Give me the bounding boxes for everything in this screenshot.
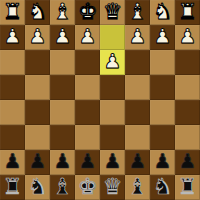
black-pawn-f7[interactable]: ♟ — [54, 149, 72, 174]
square-c2[interactable]: ♟ — [125, 25, 150, 50]
square-d7[interactable]: ♟ — [100, 150, 125, 175]
square-a3[interactable] — [175, 50, 200, 75]
square-g4[interactable] — [25, 75, 50, 100]
square-f1[interactable]: ♝ — [50, 0, 75, 25]
square-d6[interactable] — [100, 125, 125, 150]
white-knight-g1[interactable]: ♞ — [28, 0, 48, 24]
square-h2[interactable]: ♟ — [0, 25, 25, 50]
square-g6[interactable] — [25, 125, 50, 150]
square-h3[interactable] — [0, 50, 25, 75]
square-c7[interactable]: ♟ — [125, 150, 150, 175]
white-pawn-b2[interactable]: ♟ — [154, 24, 172, 49]
chess-board: ♜♞♝♚♛♝♞♜♟♟♟♟♟♟♟♟♟♟♟♟♟♟♟♟♜♞♝♚♛♝♞♜ — [0, 0, 200, 200]
square-b8[interactable]: ♞ — [150, 175, 175, 200]
square-e3[interactable] — [75, 50, 100, 75]
square-h4[interactable] — [0, 75, 25, 100]
black-pawn-d7[interactable]: ♟ — [104, 149, 122, 174]
square-a4[interactable] — [175, 75, 200, 100]
square-b6[interactable] — [150, 125, 175, 150]
square-g5[interactable] — [25, 100, 50, 125]
square-a5[interactable] — [175, 100, 200, 125]
black-bishop-f8[interactable]: ♝ — [53, 174, 73, 199]
square-c8[interactable]: ♝ — [125, 175, 150, 200]
square-c4[interactable] — [125, 75, 150, 100]
white-knight-b1[interactable]: ♞ — [153, 0, 173, 24]
square-a7[interactable]: ♟ — [175, 150, 200, 175]
square-h6[interactable] — [0, 125, 25, 150]
black-rook-h8[interactable]: ♜ — [3, 174, 23, 199]
white-pawn-f2[interactable]: ♟ — [54, 24, 72, 49]
square-b4[interactable] — [150, 75, 175, 100]
square-d2-last-move-highlight[interactable] — [100, 25, 125, 50]
square-f2[interactable]: ♟ — [50, 25, 75, 50]
square-e1[interactable]: ♚ — [75, 0, 100, 25]
square-f7[interactable]: ♟ — [50, 150, 75, 175]
black-pawn-g7[interactable]: ♟ — [29, 149, 47, 174]
black-king-e8[interactable]: ♚ — [78, 174, 98, 199]
square-d5[interactable] — [100, 100, 125, 125]
square-e8[interactable]: ♚ — [75, 175, 100, 200]
square-f5[interactable] — [50, 100, 75, 125]
square-b1[interactable]: ♞ — [150, 0, 175, 25]
square-f6[interactable] — [50, 125, 75, 150]
black-knight-b8[interactable]: ♞ — [153, 174, 173, 199]
square-e5[interactable] — [75, 100, 100, 125]
square-g1[interactable]: ♞ — [25, 0, 50, 25]
square-f8[interactable]: ♝ — [50, 175, 75, 200]
white-pawn-h2[interactable]: ♟ — [4, 24, 22, 49]
black-rook-a8[interactable]: ♜ — [178, 174, 198, 199]
black-pawn-e7[interactable]: ♟ — [79, 149, 97, 174]
square-b3[interactable] — [150, 50, 175, 75]
square-h5[interactable] — [0, 100, 25, 125]
black-pawn-b7[interactable]: ♟ — [154, 149, 172, 174]
square-c5[interactable] — [125, 100, 150, 125]
square-e7[interactable]: ♟ — [75, 150, 100, 175]
square-h1[interactable]: ♜ — [0, 0, 25, 25]
square-d8[interactable]: ♛ — [100, 175, 125, 200]
square-c1[interactable]: ♝ — [125, 0, 150, 25]
white-queen-d1[interactable]: ♛ — [103, 0, 123, 24]
square-b7[interactable]: ♟ — [150, 150, 175, 175]
white-pawn-e2[interactable]: ♟ — [79, 24, 97, 49]
square-a6[interactable] — [175, 125, 200, 150]
square-c6[interactable] — [125, 125, 150, 150]
square-d4[interactable] — [100, 75, 125, 100]
square-a8[interactable]: ♜ — [175, 175, 200, 200]
square-h8[interactable]: ♜ — [0, 175, 25, 200]
square-f4[interactable] — [50, 75, 75, 100]
square-d1[interactable]: ♛ — [100, 0, 125, 25]
black-pawn-c7[interactable]: ♟ — [129, 149, 147, 174]
square-a2[interactable]: ♟ — [175, 25, 200, 50]
white-pawn-c2[interactable]: ♟ — [129, 24, 147, 49]
black-knight-g8[interactable]: ♞ — [28, 174, 48, 199]
square-b5[interactable] — [150, 100, 175, 125]
white-rook-h1[interactable]: ♜ — [3, 0, 23, 24]
white-bishop-c1[interactable]: ♝ — [128, 0, 148, 24]
black-bishop-c8[interactable]: ♝ — [128, 174, 148, 199]
square-d3-last-move-highlight[interactable]: ♟ — [100, 50, 125, 75]
white-pawn-a2[interactable]: ♟ — [179, 24, 197, 49]
square-f3[interactable] — [50, 50, 75, 75]
white-bishop-f1[interactable]: ♝ — [53, 0, 73, 24]
square-h7[interactable]: ♟ — [0, 150, 25, 175]
white-king-e1[interactable]: ♚ — [78, 0, 98, 24]
square-a1[interactable]: ♜ — [175, 0, 200, 25]
white-rook-a1[interactable]: ♜ — [178, 0, 198, 24]
square-e2[interactable]: ♟ — [75, 25, 100, 50]
square-c3[interactable] — [125, 50, 150, 75]
square-e4[interactable] — [75, 75, 100, 100]
square-g8[interactable]: ♞ — [25, 175, 50, 200]
square-g2[interactable]: ♟ — [25, 25, 50, 50]
white-pawn-g2[interactable]: ♟ — [29, 24, 47, 49]
square-g7[interactable]: ♟ — [25, 150, 50, 175]
square-b2[interactable]: ♟ — [150, 25, 175, 50]
black-queen-d8[interactable]: ♛ — [103, 174, 123, 199]
square-e6[interactable] — [75, 125, 100, 150]
square-g3[interactable] — [25, 50, 50, 75]
white-pawn-d3[interactable]: ♟ — [104, 49, 122, 74]
black-pawn-a7[interactable]: ♟ — [179, 149, 197, 174]
black-pawn-h7[interactable]: ♟ — [4, 149, 22, 174]
